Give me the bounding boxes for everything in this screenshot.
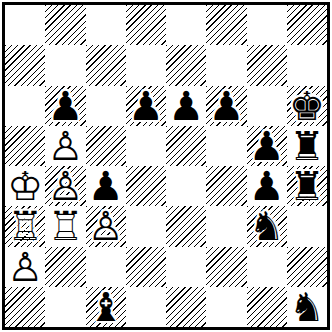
- square-f4[interactable]: [206, 166, 246, 206]
- square-b7[interactable]: [45, 45, 85, 85]
- square-h3[interactable]: [287, 206, 327, 246]
- piece-black-pawn: ♟: [47, 86, 83, 126]
- square-d6[interactable]: ♟: [126, 86, 166, 126]
- piece-black-bishop: ♝: [88, 287, 124, 327]
- square-d8[interactable]: [126, 5, 166, 45]
- piece-white-pawn: ♙: [47, 166, 83, 206]
- square-b4[interactable]: ♙: [45, 166, 85, 206]
- piece-black-knight: ♞: [289, 287, 325, 327]
- square-c4[interactable]: ♟: [86, 166, 126, 206]
- square-g7[interactable]: [247, 45, 287, 85]
- square-a3[interactable]: ♖: [5, 206, 45, 246]
- square-d4[interactable]: [126, 166, 166, 206]
- piece-black-pawn: ♟: [168, 86, 204, 126]
- piece-white-pawn: ♙: [7, 247, 43, 287]
- square-e7[interactable]: [166, 45, 206, 85]
- square-h2[interactable]: [287, 247, 327, 287]
- square-a1[interactable]: [5, 287, 45, 327]
- square-h7[interactable]: [287, 45, 327, 85]
- square-c7[interactable]: [86, 45, 126, 85]
- square-e2[interactable]: [166, 247, 206, 287]
- square-f6[interactable]: ♟: [206, 86, 246, 126]
- piece-black-pawn: ♟: [249, 126, 285, 166]
- square-g8[interactable]: [247, 5, 287, 45]
- square-a4[interactable]: ♔: [5, 166, 45, 206]
- square-h6[interactable]: ♚: [287, 86, 327, 126]
- square-f2[interactable]: [206, 247, 246, 287]
- square-d7[interactable]: [126, 45, 166, 85]
- square-e4[interactable]: [166, 166, 206, 206]
- piece-black-rook: ♜: [289, 126, 325, 166]
- square-c6[interactable]: [86, 86, 126, 126]
- square-b2[interactable]: [45, 247, 85, 287]
- square-g2[interactable]: [247, 247, 287, 287]
- square-h4[interactable]: ♜: [287, 166, 327, 206]
- square-d5[interactable]: [126, 126, 166, 166]
- square-e3[interactable]: [166, 206, 206, 246]
- square-e1[interactable]: [166, 287, 206, 327]
- square-f3[interactable]: [206, 206, 246, 246]
- square-g5[interactable]: ♟: [247, 126, 287, 166]
- chess-board: ♟♟♟♟♚♙♟♜♔♙♟♟♜♖♖♙♞♙♝♞: [2, 2, 330, 330]
- piece-white-pawn: ♙: [47, 126, 83, 166]
- square-h5[interactable]: ♜: [287, 126, 327, 166]
- square-b5[interactable]: ♙: [45, 126, 85, 166]
- square-b8[interactable]: [45, 5, 85, 45]
- square-a5[interactable]: [5, 126, 45, 166]
- square-c1[interactable]: ♝: [86, 287, 126, 327]
- square-d2[interactable]: [126, 247, 166, 287]
- square-f7[interactable]: [206, 45, 246, 85]
- square-h8[interactable]: [287, 5, 327, 45]
- square-g1[interactable]: [247, 287, 287, 327]
- square-e8[interactable]: [166, 5, 206, 45]
- piece-black-knight: ♞: [249, 206, 285, 246]
- square-b6[interactable]: ♟: [45, 86, 85, 126]
- square-d1[interactable]: [126, 287, 166, 327]
- square-a8[interactable]: [5, 5, 45, 45]
- piece-white-king: ♔: [7, 166, 43, 206]
- square-b3[interactable]: ♖: [45, 206, 85, 246]
- piece-black-king: ♚: [289, 86, 325, 126]
- square-b1[interactable]: [45, 287, 85, 327]
- square-h1[interactable]: ♞: [287, 287, 327, 327]
- piece-black-pawn: ♟: [249, 166, 285, 206]
- square-e5[interactable]: [166, 126, 206, 166]
- piece-black-pawn: ♟: [88, 166, 124, 206]
- square-c5[interactable]: [86, 126, 126, 166]
- square-f8[interactable]: [206, 5, 246, 45]
- piece-white-rook: ♖: [47, 206, 83, 246]
- square-f1[interactable]: [206, 287, 246, 327]
- square-c2[interactable]: [86, 247, 126, 287]
- piece-black-rook: ♜: [289, 166, 325, 206]
- square-e6[interactable]: ♟: [166, 86, 206, 126]
- square-a6[interactable]: [5, 86, 45, 126]
- square-a2[interactable]: ♙: [5, 247, 45, 287]
- square-g6[interactable]: [247, 86, 287, 126]
- chess-diagram: ♟♟♟♟♚♙♟♜♔♙♟♟♜♖♖♙♞♙♝♞: [0, 0, 332, 332]
- square-f5[interactable]: [206, 126, 246, 166]
- square-c8[interactable]: [86, 5, 126, 45]
- square-g3[interactable]: ♞: [247, 206, 287, 246]
- piece-black-pawn: ♟: [208, 86, 244, 126]
- square-c3[interactable]: ♙: [86, 206, 126, 246]
- piece-black-pawn: ♟: [128, 86, 164, 126]
- piece-white-rook: ♖: [7, 206, 43, 246]
- square-d3[interactable]: [126, 206, 166, 246]
- square-a7[interactable]: [5, 45, 45, 85]
- piece-white-pawn: ♙: [88, 206, 124, 246]
- square-g4[interactable]: ♟: [247, 166, 287, 206]
